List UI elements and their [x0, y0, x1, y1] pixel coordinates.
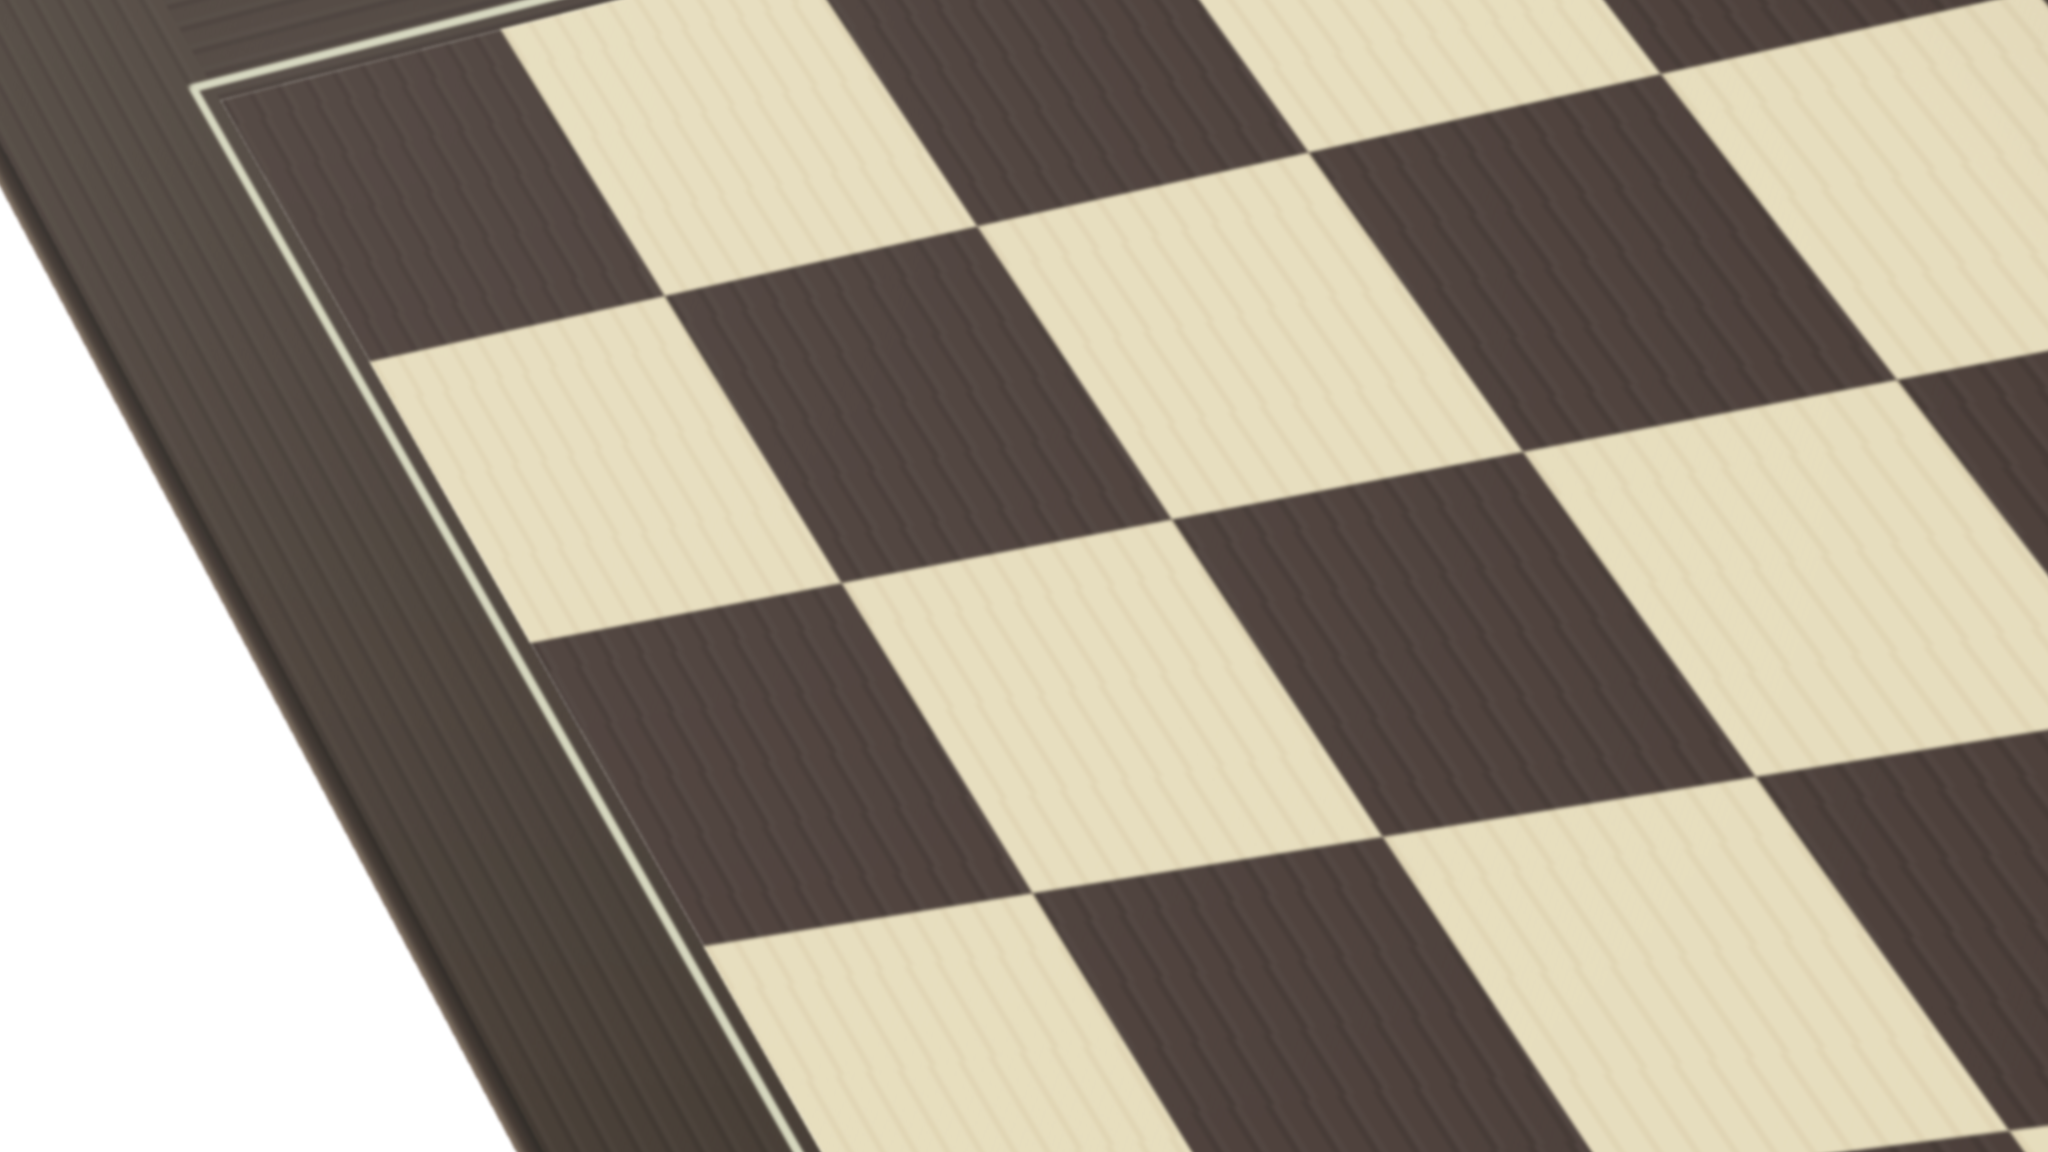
scene — [0, 0, 2048, 1152]
photo-background — [0, 0, 2048, 1152]
chessboard — [220, 0, 2048, 1152]
